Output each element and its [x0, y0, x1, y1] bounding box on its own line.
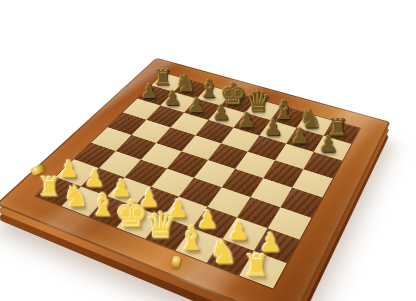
piece-wN-b1: ♞: [63, 181, 90, 211]
piece-wP-c2: ♟: [111, 177, 132, 201]
product-photo-scene: ♜♞♝♚♛♝♞♜♟♟♟♟♟♟♟♟♟♟♟♟♟♟♟♟♜♞♝♚♛♝♞♜: [0, 0, 416, 301]
piece-wP-f2: ♟: [196, 207, 218, 232]
piece-wP-d2: ♟: [138, 186, 160, 210]
piece-wP-a2: ♟: [59, 158, 80, 181]
piece-bR-a8: ♜: [153, 66, 172, 88]
chess-board: ♜♞♝♚♛♝♞♜♟♟♟♟♟♟♟♟♟♟♟♟♟♟♟♟♜♞♝♚♛♝♞♜: [0, 57, 390, 301]
piece-wP-e2: ♟: [167, 197, 189, 222]
board-frame: ♜♞♝♚♛♝♞♜♟♟♟♟♟♟♟♟♟♟♟♟♟♟♟♟♜♞♝♚♛♝♞♜: [0, 57, 390, 301]
piece-wR-a1: ♜: [37, 173, 61, 200]
piece-bN-g8: ♞: [299, 105, 322, 131]
piece-wP-h2: ♟: [259, 230, 282, 256]
piece-bR-h8: ♜: [327, 115, 349, 139]
